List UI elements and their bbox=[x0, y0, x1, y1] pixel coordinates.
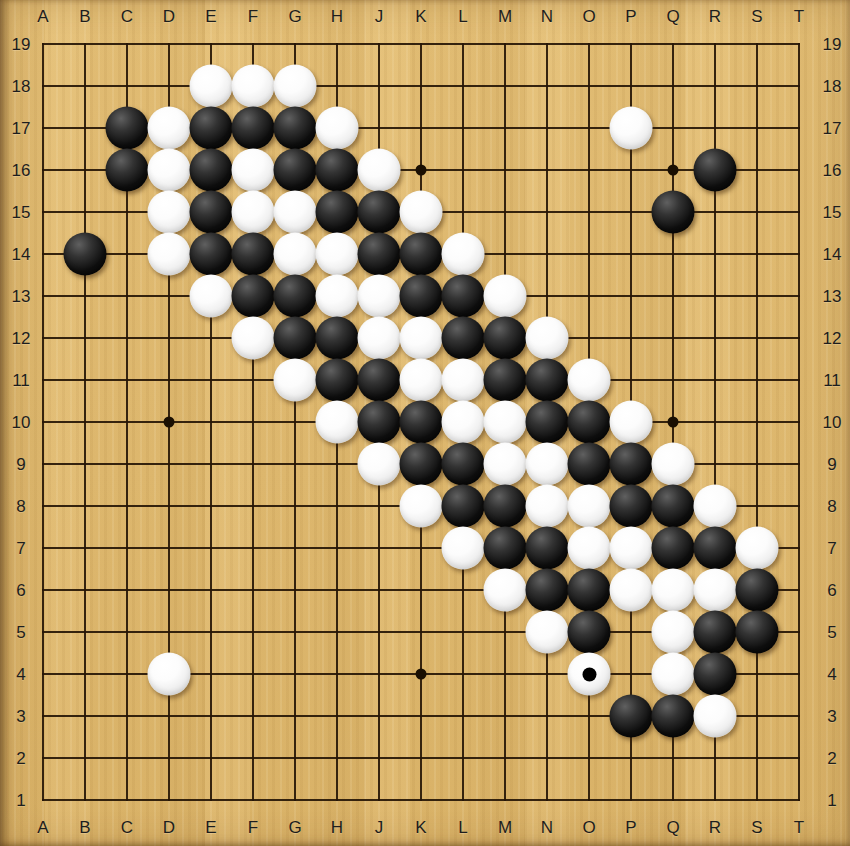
white-stone bbox=[274, 65, 317, 108]
white-stone bbox=[316, 107, 359, 150]
white-stone bbox=[232, 65, 275, 108]
black-stone bbox=[568, 401, 611, 444]
white-stone bbox=[232, 149, 275, 192]
white-stone bbox=[526, 317, 569, 360]
white-stone bbox=[610, 527, 653, 570]
column-label: N bbox=[541, 8, 553, 25]
column-label: D bbox=[163, 819, 175, 836]
black-stone bbox=[358, 401, 401, 444]
row-label: 8 bbox=[16, 498, 25, 515]
black-stone bbox=[442, 443, 485, 486]
black-stone bbox=[568, 611, 611, 654]
white-stone bbox=[610, 569, 653, 612]
column-label: B bbox=[79, 8, 90, 25]
white-stone bbox=[400, 485, 443, 528]
black-stone bbox=[526, 527, 569, 570]
row-label: 7 bbox=[16, 540, 25, 557]
black-stone bbox=[484, 317, 527, 360]
black-stone bbox=[316, 317, 359, 360]
column-label: F bbox=[248, 8, 258, 25]
row-label: 9 bbox=[16, 456, 25, 473]
white-stone bbox=[358, 275, 401, 318]
column-label: G bbox=[288, 8, 301, 25]
black-stone bbox=[316, 191, 359, 234]
white-stone bbox=[190, 65, 233, 108]
row-label: 11 bbox=[823, 372, 841, 389]
row-label: 6 bbox=[827, 582, 836, 599]
column-label: L bbox=[458, 8, 467, 25]
black-stone bbox=[442, 275, 485, 318]
white-stone bbox=[232, 191, 275, 234]
row-label: 17 bbox=[823, 120, 842, 137]
black-stone bbox=[610, 485, 653, 528]
column-label: P bbox=[625, 8, 636, 25]
black-stone bbox=[652, 191, 695, 234]
star-point bbox=[416, 165, 427, 176]
row-label: 19 bbox=[12, 36, 31, 53]
black-stone bbox=[526, 401, 569, 444]
column-label: E bbox=[205, 8, 216, 25]
column-label: S bbox=[751, 8, 762, 25]
white-stone bbox=[358, 443, 401, 486]
grid-line-vertical bbox=[756, 43, 758, 801]
column-label: S bbox=[751, 819, 762, 836]
white-stone bbox=[694, 569, 737, 612]
white-stone bbox=[484, 569, 527, 612]
column-label: J bbox=[375, 8, 384, 25]
column-label: A bbox=[37, 8, 48, 25]
row-label: 3 bbox=[827, 708, 836, 725]
column-label: O bbox=[582, 8, 595, 25]
black-stone bbox=[190, 233, 233, 276]
black-stone bbox=[316, 359, 359, 402]
column-label: Q bbox=[666, 8, 679, 25]
row-label: 13 bbox=[823, 288, 842, 305]
white-stone bbox=[568, 653, 611, 696]
white-stone bbox=[484, 443, 527, 486]
white-stone bbox=[274, 359, 317, 402]
row-label: 5 bbox=[827, 624, 836, 641]
white-stone bbox=[694, 695, 737, 738]
black-stone bbox=[316, 149, 359, 192]
column-label: O bbox=[582, 819, 595, 836]
row-label: 11 bbox=[12, 372, 30, 389]
black-stone bbox=[64, 233, 107, 276]
black-stone bbox=[694, 527, 737, 570]
white-stone bbox=[526, 485, 569, 528]
black-stone bbox=[526, 359, 569, 402]
row-label: 15 bbox=[823, 204, 842, 221]
white-stone bbox=[568, 359, 611, 402]
go-board[interactable]: ABCDEFGHJKLMNOPQRST ABCDEFGHJKLMNOPQRST … bbox=[0, 0, 850, 846]
black-stone bbox=[610, 695, 653, 738]
row-label: 5 bbox=[16, 624, 25, 641]
row-label: 17 bbox=[12, 120, 31, 137]
black-stone bbox=[190, 191, 233, 234]
column-label: T bbox=[794, 819, 804, 836]
white-stone bbox=[610, 107, 653, 150]
grid-line-horizontal bbox=[42, 799, 800, 801]
column-label: Q bbox=[666, 819, 679, 836]
column-label: K bbox=[415, 8, 426, 25]
row-label: 16 bbox=[12, 162, 31, 179]
black-stone bbox=[652, 695, 695, 738]
black-stone bbox=[232, 275, 275, 318]
white-stone bbox=[442, 233, 485, 276]
white-stone bbox=[148, 653, 191, 696]
black-stone bbox=[190, 107, 233, 150]
white-stone bbox=[442, 527, 485, 570]
black-stone bbox=[274, 107, 317, 150]
white-stone bbox=[148, 107, 191, 150]
white-stone bbox=[610, 401, 653, 444]
column-label: C bbox=[121, 819, 133, 836]
white-stone bbox=[148, 233, 191, 276]
white-stone bbox=[400, 191, 443, 234]
white-stone bbox=[442, 401, 485, 444]
black-stone bbox=[400, 275, 443, 318]
row-label: 18 bbox=[823, 78, 842, 95]
row-label: 12 bbox=[12, 330, 31, 347]
white-stone bbox=[484, 401, 527, 444]
white-stone bbox=[358, 317, 401, 360]
black-stone bbox=[484, 359, 527, 402]
column-label: R bbox=[709, 819, 721, 836]
white-stone bbox=[316, 233, 359, 276]
column-label: L bbox=[458, 819, 467, 836]
column-label: B bbox=[79, 819, 90, 836]
white-stone bbox=[694, 485, 737, 528]
white-stone bbox=[274, 233, 317, 276]
white-stone bbox=[148, 149, 191, 192]
row-label: 9 bbox=[827, 456, 836, 473]
black-stone bbox=[274, 149, 317, 192]
row-label: 14 bbox=[12, 246, 31, 263]
column-label: F bbox=[248, 819, 258, 836]
white-stone bbox=[652, 443, 695, 486]
black-stone bbox=[106, 149, 149, 192]
column-label: E bbox=[205, 819, 216, 836]
black-stone bbox=[106, 107, 149, 150]
column-label: A bbox=[37, 819, 48, 836]
white-stone bbox=[442, 359, 485, 402]
column-label: M bbox=[498, 819, 512, 836]
row-label: 3 bbox=[16, 708, 25, 725]
grid-line-horizontal bbox=[42, 757, 800, 759]
white-stone bbox=[652, 569, 695, 612]
black-stone bbox=[442, 317, 485, 360]
black-stone bbox=[484, 527, 527, 570]
black-stone bbox=[652, 485, 695, 528]
row-label: 8 bbox=[827, 498, 836, 515]
column-label: C bbox=[121, 8, 133, 25]
white-stone bbox=[400, 317, 443, 360]
row-label: 18 bbox=[12, 78, 31, 95]
column-label: N bbox=[541, 819, 553, 836]
black-stone bbox=[694, 149, 737, 192]
column-label: M bbox=[498, 8, 512, 25]
white-stone bbox=[190, 275, 233, 318]
white-stone bbox=[400, 359, 443, 402]
black-stone bbox=[274, 317, 317, 360]
white-stone bbox=[316, 401, 359, 444]
row-label: 6 bbox=[16, 582, 25, 599]
black-stone bbox=[484, 485, 527, 528]
black-stone bbox=[400, 401, 443, 444]
black-stone bbox=[736, 611, 779, 654]
row-label: 14 bbox=[823, 246, 842, 263]
star-point bbox=[668, 417, 679, 428]
row-label: 15 bbox=[12, 204, 31, 221]
black-stone bbox=[190, 149, 233, 192]
column-label: R bbox=[709, 8, 721, 25]
row-label: 16 bbox=[823, 162, 842, 179]
black-stone bbox=[400, 443, 443, 486]
column-label: T bbox=[794, 8, 804, 25]
row-label: 1 bbox=[827, 792, 836, 809]
star-point bbox=[164, 417, 175, 428]
column-label: G bbox=[288, 819, 301, 836]
white-stone bbox=[568, 485, 611, 528]
white-stone bbox=[736, 527, 779, 570]
column-label: P bbox=[625, 819, 636, 836]
white-stone bbox=[358, 149, 401, 192]
black-stone bbox=[232, 233, 275, 276]
column-label: D bbox=[163, 8, 175, 25]
last-move-marker bbox=[582, 667, 596, 681]
row-label: 10 bbox=[823, 414, 842, 431]
column-label: H bbox=[331, 819, 343, 836]
star-point bbox=[668, 165, 679, 176]
row-label: 4 bbox=[16, 666, 25, 683]
row-label: 1 bbox=[16, 792, 25, 809]
white-stone bbox=[526, 443, 569, 486]
black-stone bbox=[694, 653, 737, 696]
grid-line-vertical bbox=[798, 43, 800, 801]
row-label: 2 bbox=[16, 750, 25, 767]
black-stone bbox=[442, 485, 485, 528]
row-label: 13 bbox=[12, 288, 31, 305]
white-stone bbox=[568, 527, 611, 570]
black-stone bbox=[232, 107, 275, 150]
black-stone bbox=[568, 443, 611, 486]
white-stone bbox=[316, 275, 359, 318]
black-stone bbox=[358, 233, 401, 276]
white-stone bbox=[652, 611, 695, 654]
black-stone bbox=[652, 527, 695, 570]
black-stone bbox=[526, 569, 569, 612]
row-label: 12 bbox=[823, 330, 842, 347]
white-stone bbox=[148, 191, 191, 234]
column-label: K bbox=[415, 819, 426, 836]
star-point bbox=[416, 669, 427, 680]
column-label: H bbox=[331, 8, 343, 25]
white-stone bbox=[652, 653, 695, 696]
black-stone bbox=[736, 569, 779, 612]
black-stone bbox=[694, 611, 737, 654]
black-stone bbox=[358, 359, 401, 402]
row-label: 10 bbox=[12, 414, 31, 431]
white-stone bbox=[484, 275, 527, 318]
row-label: 7 bbox=[827, 540, 836, 557]
white-stone bbox=[274, 191, 317, 234]
white-stone bbox=[526, 611, 569, 654]
black-stone bbox=[610, 443, 653, 486]
black-stone bbox=[400, 233, 443, 276]
row-label: 2 bbox=[827, 750, 836, 767]
black-stone bbox=[568, 569, 611, 612]
white-stone bbox=[232, 317, 275, 360]
row-label: 19 bbox=[823, 36, 842, 53]
black-stone bbox=[274, 275, 317, 318]
black-stone bbox=[358, 191, 401, 234]
row-label: 4 bbox=[827, 666, 836, 683]
column-label: J bbox=[375, 819, 384, 836]
